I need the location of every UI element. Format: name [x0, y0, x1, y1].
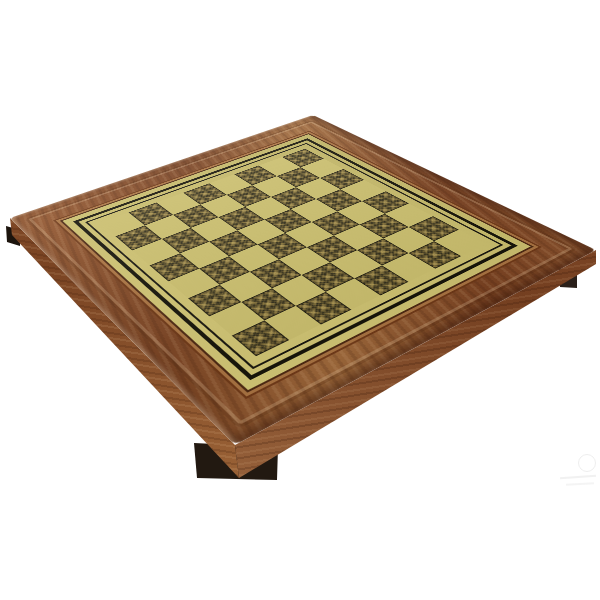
watermark-mark [560, 475, 596, 480]
product-photo-background [0, 0, 600, 600]
wooden-frame [10, 115, 596, 445]
watermark-mark [566, 482, 594, 485]
chess-board [10, 115, 596, 445]
checkerboard-grid [100, 149, 486, 356]
watermark-icon [556, 452, 600, 502]
watermark-ring [578, 454, 596, 472]
